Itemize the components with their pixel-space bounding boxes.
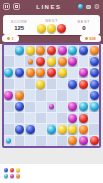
board-cell[interactable] [57, 102, 67, 112]
blue-ball[interactable] [15, 102, 24, 111]
next-yellow-ball [47, 24, 56, 33]
board-cell[interactable] [15, 124, 25, 134]
board-cell[interactable] [89, 45, 99, 55]
coin-icon [85, 37, 88, 40]
board-cell[interactable] [15, 113, 25, 123]
gear-icon[interactable]: ⚙ [94, 3, 100, 10]
best-column: BEST 0 [68, 15, 100, 35]
blue-ball[interactable] [90, 57, 99, 66]
board-cell[interactable] [4, 90, 14, 100]
board-cell[interactable] [36, 102, 46, 112]
magenta-ball[interactable] [68, 57, 77, 66]
board-cell[interactable] [36, 90, 46, 100]
top-bar: LINES ⚙ [0, 0, 103, 13]
board-cell[interactable] [57, 113, 67, 123]
next-red-ball [57, 24, 66, 33]
board-cell[interactable] [79, 102, 89, 112]
top-background: LINES ⚙ SCORE 125 NEXT BEST 0 1 [0, 0, 103, 44]
board-cell[interactable] [4, 68, 14, 78]
lines-logo [4, 168, 21, 179]
magenta-ball[interactable] [79, 68, 88, 77]
board-cell[interactable] [25, 56, 35, 66]
board-cell[interactable] [57, 136, 67, 146]
red-ball[interactable] [79, 80, 88, 89]
orange-ball[interactable] [26, 68, 35, 77]
game-board [2, 43, 101, 148]
board-cell[interactable] [15, 102, 25, 112]
score-column: SCORE 125 [3, 15, 35, 35]
blue-ball[interactable] [90, 91, 99, 100]
yellow-ball[interactable] [26, 46, 35, 55]
coins-counter[interactable]: 508 [80, 35, 101, 42]
next-balls [37, 24, 66, 33]
board-cell[interactable] [25, 45, 35, 55]
board-cell[interactable] [89, 113, 99, 123]
board-cell[interactable] [57, 56, 67, 66]
bottom-area [0, 148, 103, 183]
board-cell[interactable] [68, 113, 78, 123]
next-label: NEXT [45, 18, 58, 23]
logo-blue-dot [4, 168, 8, 172]
board-cell[interactable] [57, 45, 67, 55]
board-cell[interactable] [47, 124, 57, 134]
board-cell[interactable] [89, 90, 99, 100]
orange-ball[interactable] [36, 68, 45, 77]
ball-icon[interactable] [78, 4, 83, 9]
board-button[interactable] [13, 3, 20, 10]
blue-ball[interactable] [26, 125, 35, 134]
board-cell[interactable] [4, 136, 14, 146]
board-cell[interactable] [47, 45, 57, 55]
board-cell[interactable] [79, 90, 89, 100]
board-cell[interactable] [89, 102, 99, 112]
cyan-ball[interactable] [68, 46, 77, 55]
next-yellow-ball [37, 24, 46, 33]
board-cell[interactable] [79, 79, 89, 89]
board-cell[interactable] [15, 45, 25, 55]
blue-ball[interactable] [68, 80, 77, 89]
board-cell[interactable] [4, 102, 14, 112]
orange-ball[interactable] [58, 57, 67, 66]
board-cell[interactable] [25, 68, 35, 78]
red-ball[interactable] [79, 114, 88, 123]
cyan-ball[interactable] [79, 102, 88, 111]
board-cell[interactable] [47, 90, 57, 100]
ad-banner-icon[interactable] [86, 5, 91, 9]
orange-ball[interactable] [79, 125, 88, 134]
board-cell[interactable] [79, 56, 89, 66]
small-orange-ball[interactable] [28, 59, 33, 64]
board-cell[interactable] [79, 45, 89, 55]
yellow-ball[interactable] [58, 68, 67, 77]
board-cell[interactable] [79, 113, 89, 123]
board-cell[interactable] [57, 68, 67, 78]
board-cell[interactable] [47, 113, 57, 123]
board-cell[interactable] [25, 102, 35, 112]
board-grid [4, 45, 99, 146]
board-cell[interactable] [4, 113, 14, 123]
board-cell[interactable] [4, 124, 14, 134]
app-title: LINES [20, 4, 78, 10]
score-value: 125 [14, 25, 24, 31]
pause-icon [5, 5, 6, 8]
board-cell[interactable] [47, 136, 57, 146]
board-cell[interactable] [15, 68, 25, 78]
board-cell[interactable] [89, 124, 99, 134]
board-cell[interactable] [68, 124, 78, 134]
blue-ball[interactable] [79, 46, 88, 55]
cyan-ball[interactable] [47, 125, 56, 134]
board-cell[interactable] [25, 90, 35, 100]
yellow-ball[interactable] [68, 125, 77, 134]
board-cell[interactable] [89, 56, 99, 66]
cyan-ball[interactable] [15, 46, 24, 55]
orange-ball[interactable] [90, 46, 99, 55]
score-label: SCORE [11, 19, 28, 24]
board-cell[interactable] [68, 90, 78, 100]
board-cell[interactable] [47, 56, 57, 66]
board-cell[interactable] [68, 45, 78, 55]
board-cell[interactable] [36, 56, 46, 66]
undo-count: 1 [11, 36, 13, 41]
board-cell[interactable] [79, 136, 89, 146]
small-magenta-ball[interactable] [49, 104, 54, 109]
board-cell[interactable] [57, 79, 67, 89]
board-cell[interactable] [36, 45, 46, 55]
board-cell[interactable] [4, 45, 14, 55]
game-screen: LINES ⚙ SCORE 125 NEXT BEST 0 1 [0, 0, 103, 183]
cyan-ball[interactable] [4, 68, 13, 77]
board-cell[interactable] [89, 136, 99, 146]
board-cell[interactable] [36, 136, 46, 146]
board-cell[interactable] [25, 113, 35, 123]
best-label: BEST [78, 19, 90, 24]
logo-cyan-dot [4, 174, 8, 178]
board-cell[interactable] [4, 56, 14, 66]
board-cell[interactable] [15, 56, 25, 66]
red-ball[interactable] [47, 68, 56, 77]
score-panel: SCORE 125 NEXT BEST 0 [3, 15, 100, 35]
magenta-ball[interactable] [4, 91, 13, 100]
logo-yellow-dot [16, 168, 20, 172]
next-column: NEXT [35, 15, 67, 35]
board-cell[interactable] [47, 102, 57, 112]
board-cell[interactable] [68, 79, 78, 89]
board-cell[interactable] [68, 102, 78, 112]
yellow-ball[interactable] [58, 125, 67, 134]
board-cell[interactable] [25, 136, 35, 146]
magenta-ball[interactable] [79, 136, 88, 145]
red-ball[interactable] [36, 57, 45, 66]
blue-ball[interactable] [90, 80, 99, 89]
orange-ball[interactable] [15, 91, 24, 100]
top-bar-actions: ⚙ [78, 3, 100, 10]
board-cell[interactable] [89, 68, 99, 78]
undo-counter[interactable]: 1 [2, 35, 19, 42]
magenta-ball[interactable] [68, 102, 77, 111]
yellow-ball[interactable] [47, 57, 56, 66]
red-ball[interactable] [90, 136, 99, 145]
board-cell[interactable] [47, 68, 57, 78]
orange-ball[interactable] [36, 46, 45, 55]
orange-ball[interactable] [68, 136, 77, 145]
board-cell[interactable] [4, 79, 14, 89]
logo-magenta-dot [10, 174, 14, 178]
ad-banner[interactable] [0, 164, 103, 183]
board-cell[interactable] [25, 79, 35, 89]
board-cell[interactable] [47, 79, 57, 89]
board-cell[interactable] [79, 124, 89, 134]
board-cell[interactable] [57, 90, 67, 100]
magenta-ball[interactable] [58, 46, 67, 55]
board-cell[interactable] [68, 56, 78, 66]
logo-orange-dot [16, 174, 20, 178]
blue-ball[interactable] [90, 68, 99, 77]
board-cell[interactable] [57, 124, 67, 134]
coins-count: 508 [89, 36, 96, 41]
red-ball[interactable] [47, 46, 56, 55]
board-cell[interactable] [36, 113, 46, 123]
board-cell[interactable] [15, 79, 25, 89]
board-cell[interactable] [89, 79, 99, 89]
board-cell[interactable] [68, 68, 78, 78]
board-cell[interactable] [25, 124, 35, 134]
undo-icon [7, 37, 10, 40]
best-value: 0 [82, 25, 85, 31]
blue-ball[interactable] [15, 125, 24, 134]
square-icon [15, 5, 18, 8]
board-cell[interactable] [15, 136, 25, 146]
board-cell[interactable] [36, 79, 46, 89]
blue-ball[interactable] [15, 68, 24, 77]
logo-red-dot [10, 168, 14, 172]
pause-button[interactable] [3, 3, 10, 10]
cyan-ball[interactable] [90, 102, 99, 111]
small-cyan-ball[interactable] [6, 138, 11, 143]
magenta-ball[interactable] [68, 114, 77, 123]
board-cell[interactable] [36, 68, 46, 78]
board-cell[interactable] [15, 90, 25, 100]
yellow-ball[interactable] [36, 80, 45, 89]
board-cell[interactable] [36, 124, 46, 134]
board-cell[interactable] [79, 68, 89, 78]
board-cell[interactable] [68, 136, 78, 146]
